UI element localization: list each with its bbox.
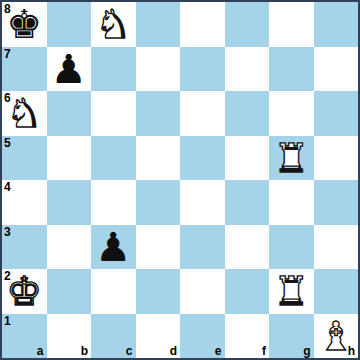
- square-d3[interactable]: [136, 225, 181, 270]
- square-d8[interactable]: [136, 2, 181, 47]
- square-f5[interactable]: [225, 136, 270, 181]
- square-e2[interactable]: [180, 269, 225, 314]
- file-label-c: c: [126, 345, 133, 357]
- file-label-b: b: [81, 345, 88, 357]
- square-g2[interactable]: ♜: [269, 269, 314, 314]
- piece-white-rook: ♜: [273, 138, 309, 178]
- square-b1[interactable]: b: [47, 314, 92, 359]
- file-label-a: a: [37, 345, 44, 357]
- rank-label-7: 7: [4, 48, 11, 60]
- square-a6[interactable]: 6♞: [2, 91, 47, 136]
- file-label-f: f: [262, 345, 266, 357]
- rank-label-6: 6: [4, 92, 11, 104]
- square-f1[interactable]: f: [225, 314, 270, 359]
- square-c2[interactable]: [91, 269, 136, 314]
- square-a3[interactable]: 3: [2, 225, 47, 270]
- square-g6[interactable]: [269, 91, 314, 136]
- piece-black-pawn: ♟: [95, 227, 131, 267]
- square-f6[interactable]: [225, 91, 270, 136]
- square-a7[interactable]: 7: [2, 47, 47, 92]
- square-d7[interactable]: [136, 47, 181, 92]
- file-label-h: h: [348, 345, 355, 357]
- square-d1[interactable]: d: [136, 314, 181, 359]
- piece-white-knight: ♞: [6, 93, 42, 133]
- piece-white-knight: ♞: [95, 4, 131, 44]
- square-b6[interactable]: [47, 91, 92, 136]
- square-c1[interactable]: c: [91, 314, 136, 359]
- square-f7[interactable]: [225, 47, 270, 92]
- square-h5[interactable]: [314, 136, 359, 181]
- square-d4[interactable]: [136, 180, 181, 225]
- square-d6[interactable]: [136, 91, 181, 136]
- square-c3[interactable]: ♟: [91, 225, 136, 270]
- rank-label-5: 5: [4, 137, 11, 149]
- square-b2[interactable]: [47, 269, 92, 314]
- chess-board: 8♚♞7♟6♞5♜43♟2♚♜1abcdefgh♝: [0, 0, 360, 360]
- square-e6[interactable]: [180, 91, 225, 136]
- square-e4[interactable]: [180, 180, 225, 225]
- piece-white-king: ♚: [6, 271, 42, 311]
- file-label-e: e: [215, 345, 222, 357]
- square-g3[interactable]: [269, 225, 314, 270]
- square-a4[interactable]: 4: [2, 180, 47, 225]
- square-b3[interactable]: [47, 225, 92, 270]
- square-f3[interactable]: [225, 225, 270, 270]
- square-b4[interactable]: [47, 180, 92, 225]
- rank-label-3: 3: [4, 226, 11, 238]
- square-f8[interactable]: [225, 2, 270, 47]
- file-label-g: g: [303, 345, 310, 357]
- rank-label-2: 2: [4, 270, 11, 282]
- square-a2[interactable]: 2♚: [2, 269, 47, 314]
- square-d2[interactable]: [136, 269, 181, 314]
- square-e7[interactable]: [180, 47, 225, 92]
- square-a5[interactable]: 5: [2, 136, 47, 181]
- rank-label-8: 8: [4, 3, 11, 15]
- square-d5[interactable]: [136, 136, 181, 181]
- piece-black-pawn: ♟: [51, 49, 87, 89]
- square-e1[interactable]: e: [180, 314, 225, 359]
- square-b5[interactable]: [47, 136, 92, 181]
- square-a1[interactable]: 1a: [2, 314, 47, 359]
- square-e8[interactable]: [180, 2, 225, 47]
- square-h2[interactable]: [314, 269, 359, 314]
- square-g8[interactable]: [269, 2, 314, 47]
- square-g1[interactable]: g: [269, 314, 314, 359]
- piece-black-king: ♚: [6, 4, 42, 44]
- square-c6[interactable]: [91, 91, 136, 136]
- square-e3[interactable]: [180, 225, 225, 270]
- square-f4[interactable]: [225, 180, 270, 225]
- square-c5[interactable]: [91, 136, 136, 181]
- square-c4[interactable]: [91, 180, 136, 225]
- rank-label-1: 1: [4, 315, 11, 327]
- square-g4[interactable]: [269, 180, 314, 225]
- square-c8[interactable]: ♞: [91, 2, 136, 47]
- square-a8[interactable]: 8♚: [2, 2, 47, 47]
- file-label-d: d: [170, 345, 177, 357]
- piece-white-rook: ♜: [273, 271, 309, 311]
- square-b8[interactable]: [47, 2, 92, 47]
- chess-board-container: 8♚♞7♟6♞5♜43♟2♚♜1abcdefgh♝: [0, 0, 360, 360]
- square-e5[interactable]: [180, 136, 225, 181]
- square-h6[interactable]: [314, 91, 359, 136]
- square-h8[interactable]: [314, 2, 359, 47]
- square-h3[interactable]: [314, 225, 359, 270]
- square-c7[interactable]: [91, 47, 136, 92]
- square-f2[interactable]: [225, 269, 270, 314]
- square-b7[interactable]: ♟: [47, 47, 92, 92]
- square-h4[interactable]: [314, 180, 359, 225]
- rank-label-4: 4: [4, 181, 11, 193]
- square-g7[interactable]: [269, 47, 314, 92]
- square-h1[interactable]: h♝: [314, 314, 359, 359]
- square-h7[interactable]: [314, 47, 359, 92]
- square-g5[interactable]: ♜: [269, 136, 314, 181]
